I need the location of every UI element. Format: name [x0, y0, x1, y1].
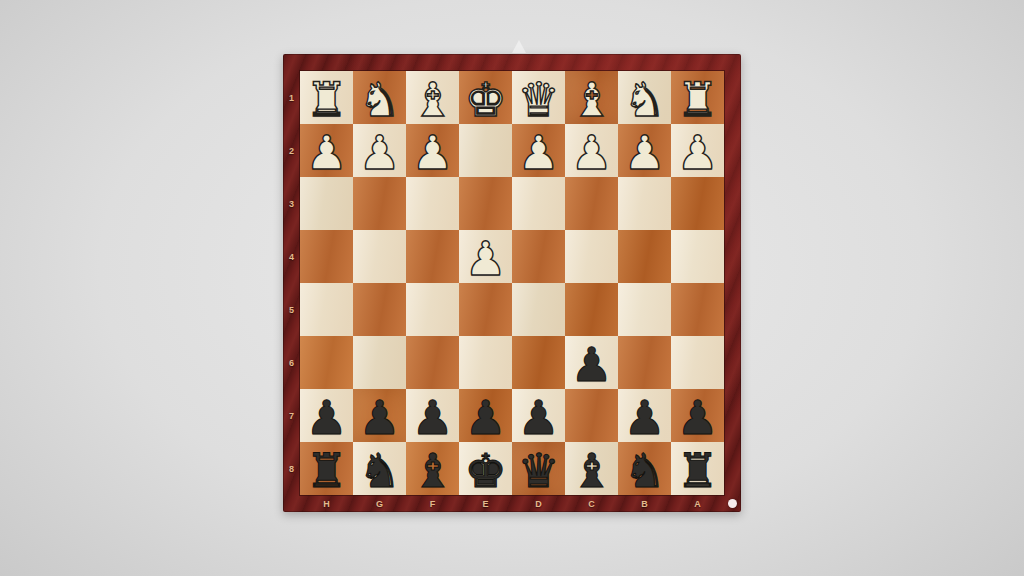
square-h4[interactable]: [300, 230, 353, 283]
black-pawn: ♟: [671, 389, 724, 442]
white-pawn: ♟: [406, 124, 459, 177]
white-king: ♚: [459, 71, 512, 124]
rank-label-5: 5: [283, 283, 300, 336]
square-g2[interactable]: ♟: [353, 124, 406, 177]
square-f1[interactable]: ♝: [406, 71, 459, 124]
square-g1[interactable]: ♞: [353, 71, 406, 124]
square-f8[interactable]: ♝: [406, 442, 459, 495]
square-f6[interactable]: [406, 336, 459, 389]
turn-marker-icon: [512, 40, 526, 53]
black-pawn: ♟: [618, 389, 671, 442]
square-a7[interactable]: ♟: [671, 389, 724, 442]
white-pawn: ♟: [565, 124, 618, 177]
square-h8[interactable]: ♜: [300, 442, 353, 495]
black-queen: ♛: [512, 442, 565, 495]
white-queen: ♛: [512, 71, 565, 124]
square-a5[interactable]: [671, 283, 724, 336]
black-pawn: ♟: [459, 389, 512, 442]
black-pawn: ♟: [406, 389, 459, 442]
square-d8[interactable]: ♛: [512, 442, 565, 495]
square-f5[interactable]: [406, 283, 459, 336]
rank-label-3: 3: [283, 177, 300, 230]
square-f7[interactable]: ♟: [406, 389, 459, 442]
square-e3[interactable]: [459, 177, 512, 230]
square-g4[interactable]: [353, 230, 406, 283]
square-b5[interactable]: [618, 283, 671, 336]
rank-labels: 12345678: [283, 71, 300, 495]
square-c3[interactable]: [565, 177, 618, 230]
white-to-move-dot-icon: [728, 499, 737, 508]
black-king: ♚: [459, 442, 512, 495]
white-rook: ♜: [671, 71, 724, 124]
square-c7[interactable]: [565, 389, 618, 442]
file-label-a: A: [671, 495, 724, 512]
square-a4[interactable]: [671, 230, 724, 283]
square-e1[interactable]: ♚: [459, 71, 512, 124]
square-c2[interactable]: ♟: [565, 124, 618, 177]
square-d1[interactable]: ♛: [512, 71, 565, 124]
square-g8[interactable]: ♞: [353, 442, 406, 495]
white-bishop: ♝: [406, 71, 459, 124]
chess-board: 12345678 ♜♞♝♚♛♝♞♜♟♟♟♟♟♟♟♟♟♟♟♟♟♟♟♟♜♞♝♚♛♝♞…: [283, 54, 741, 512]
square-b6[interactable]: [618, 336, 671, 389]
black-pawn: ♟: [565, 336, 618, 389]
square-c4[interactable]: [565, 230, 618, 283]
black-pawn: ♟: [300, 389, 353, 442]
file-label-d: D: [512, 495, 565, 512]
file-label-e: E: [459, 495, 512, 512]
square-e6[interactable]: [459, 336, 512, 389]
black-rook: ♜: [300, 442, 353, 495]
square-g3[interactable]: [353, 177, 406, 230]
square-b2[interactable]: ♟: [618, 124, 671, 177]
square-g6[interactable]: [353, 336, 406, 389]
square-c5[interactable]: [565, 283, 618, 336]
square-e5[interactable]: [459, 283, 512, 336]
file-label-c: C: [565, 495, 618, 512]
square-b3[interactable]: [618, 177, 671, 230]
white-knight: ♞: [618, 71, 671, 124]
black-bishop: ♝: [406, 442, 459, 495]
square-a8[interactable]: ♜: [671, 442, 724, 495]
white-pawn: ♟: [353, 124, 406, 177]
square-d5[interactable]: [512, 283, 565, 336]
square-a1[interactable]: ♜: [671, 71, 724, 124]
rank-label-8: 8: [283, 442, 300, 495]
white-bishop: ♝: [565, 71, 618, 124]
rank-label-4: 4: [283, 230, 300, 283]
square-e7[interactable]: ♟: [459, 389, 512, 442]
square-g5[interactable]: [353, 283, 406, 336]
square-e8[interactable]: ♚: [459, 442, 512, 495]
square-d7[interactable]: ♟: [512, 389, 565, 442]
square-f4[interactable]: [406, 230, 459, 283]
square-h5[interactable]: [300, 283, 353, 336]
square-b1[interactable]: ♞: [618, 71, 671, 124]
square-c1[interactable]: ♝: [565, 71, 618, 124]
black-pawn: ♟: [512, 389, 565, 442]
square-h2[interactable]: ♟: [300, 124, 353, 177]
file-label-b: B: [618, 495, 671, 512]
rank-label-7: 7: [283, 389, 300, 442]
rank-label-6: 6: [283, 336, 300, 389]
black-bishop: ♝: [565, 442, 618, 495]
white-pawn: ♟: [671, 124, 724, 177]
square-h7[interactable]: ♟: [300, 389, 353, 442]
square-c6[interactable]: ♟: [565, 336, 618, 389]
square-f3[interactable]: [406, 177, 459, 230]
square-a3[interactable]: [671, 177, 724, 230]
square-b8[interactable]: ♞: [618, 442, 671, 495]
square-a6[interactable]: [671, 336, 724, 389]
white-pawn: ♟: [512, 124, 565, 177]
black-knight: ♞: [353, 442, 406, 495]
square-f2[interactable]: ♟: [406, 124, 459, 177]
file-label-g: G: [353, 495, 406, 512]
square-h3[interactable]: [300, 177, 353, 230]
rank-label-1: 1: [283, 71, 300, 124]
square-c8[interactable]: ♝: [565, 442, 618, 495]
square-h6[interactable]: [300, 336, 353, 389]
white-rook: ♜: [300, 71, 353, 124]
square-d2[interactable]: ♟: [512, 124, 565, 177]
white-pawn: ♟: [618, 124, 671, 177]
black-pawn: ♟: [353, 389, 406, 442]
rank-label-2: 2: [283, 124, 300, 177]
square-h1[interactable]: ♜: [300, 71, 353, 124]
white-knight: ♞: [353, 71, 406, 124]
square-g7[interactable]: ♟: [353, 389, 406, 442]
file-label-f: F: [406, 495, 459, 512]
white-pawn: ♟: [300, 124, 353, 177]
square-d3[interactable]: [512, 177, 565, 230]
file-label-h: H: [300, 495, 353, 512]
board-grid: ♜♞♝♚♛♝♞♜♟♟♟♟♟♟♟♟♟♟♟♟♟♟♟♟♜♞♝♚♛♝♞♜: [300, 71, 724, 495]
square-b4[interactable]: [618, 230, 671, 283]
file-labels: HGFEDCBA: [300, 495, 724, 512]
black-knight: ♞: [618, 442, 671, 495]
square-b7[interactable]: ♟: [618, 389, 671, 442]
square-d6[interactable]: [512, 336, 565, 389]
black-rook: ♜: [671, 442, 724, 495]
white-pawn: ♟: [459, 230, 512, 283]
square-d4[interactable]: [512, 230, 565, 283]
square-e2[interactable]: [459, 124, 512, 177]
square-a2[interactable]: ♟: [671, 124, 724, 177]
square-e4[interactable]: ♟: [459, 230, 512, 283]
